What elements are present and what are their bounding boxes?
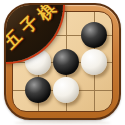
black-stone — [25, 77, 51, 103]
icon-reflection — [14, 121, 111, 125]
page-background: { "game": "gomoku", "app": { "title": "五… — [0, 0, 125, 125]
black-stone — [81, 22, 107, 48]
black-stone — [53, 49, 79, 75]
white-stone — [53, 77, 79, 103]
white-stone — [81, 49, 107, 75]
app-icon[interactable]: 五 子 棋 — [4, 3, 121, 120]
